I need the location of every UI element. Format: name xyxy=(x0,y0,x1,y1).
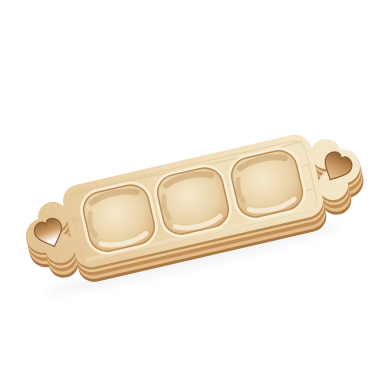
wooden-tray-illustration xyxy=(0,0,375,375)
product-photo-canvas xyxy=(0,0,375,375)
